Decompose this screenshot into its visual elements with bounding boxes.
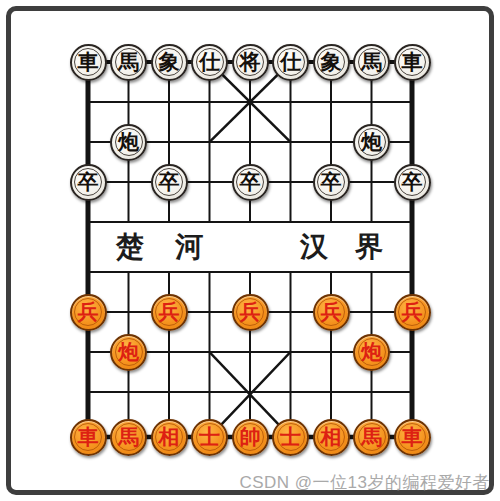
piece-black-chariot[interactable]: 車 bbox=[70, 44, 107, 81]
piece-black-cannon[interactable]: 炮 bbox=[110, 124, 147, 161]
piece-black-soldier[interactable]: 卒 bbox=[151, 164, 188, 201]
xiangqi-board: 車馬象仕将仕象馬車炮炮卒卒卒卒卒兵兵兵兵兵炮炮車馬相士帥士相馬車 bbox=[68, 42, 433, 472]
piece-red-soldier[interactable]: 兵 bbox=[394, 294, 431, 331]
piece-red-cannon[interactable]: 炮 bbox=[110, 334, 147, 371]
piece-black-horse[interactable]: 馬 bbox=[353, 44, 390, 81]
piece-red-elephant[interactable]: 相 bbox=[313, 419, 350, 456]
piece-red-chariot[interactable]: 車 bbox=[70, 419, 107, 456]
piece-red-soldier[interactable]: 兵 bbox=[151, 294, 188, 331]
piece-black-advisor[interactable]: 仕 bbox=[191, 44, 228, 81]
piece-black-elephant[interactable]: 象 bbox=[151, 44, 188, 81]
piece-red-horse[interactable]: 馬 bbox=[353, 419, 390, 456]
piece-red-chariot[interactable]: 車 bbox=[394, 419, 431, 456]
piece-red-soldier[interactable]: 兵 bbox=[313, 294, 350, 331]
piece-red-soldier[interactable]: 兵 bbox=[70, 294, 107, 331]
piece-black-soldier[interactable]: 卒 bbox=[70, 164, 107, 201]
piece-red-horse[interactable]: 馬 bbox=[110, 419, 147, 456]
piece-black-cannon[interactable]: 炮 bbox=[353, 124, 390, 161]
piece-black-soldier[interactable]: 卒 bbox=[313, 164, 350, 201]
piece-black-horse[interactable]: 馬 bbox=[110, 44, 147, 81]
piece-black-elephant[interactable]: 象 bbox=[313, 44, 350, 81]
piece-black-chariot[interactable]: 車 bbox=[394, 44, 431, 81]
piece-red-elephant[interactable]: 相 bbox=[151, 419, 188, 456]
piece-red-soldier[interactable]: 兵 bbox=[232, 294, 269, 331]
piece-red-advisor[interactable]: 士 bbox=[191, 419, 228, 456]
watermark-text: CSDN @一位13岁的编程爱好者 bbox=[239, 471, 490, 494]
piece-red-advisor[interactable]: 士 bbox=[272, 419, 309, 456]
piece-red-cannon[interactable]: 炮 bbox=[353, 334, 390, 371]
piece-black-soldier[interactable]: 卒 bbox=[394, 164, 431, 201]
piece-black-advisor[interactable]: 仕 bbox=[272, 44, 309, 81]
piece-black-general[interactable]: 将 bbox=[232, 44, 269, 81]
piece-black-soldier[interactable]: 卒 bbox=[232, 164, 269, 201]
piece-red-general[interactable]: 帥 bbox=[232, 419, 269, 456]
